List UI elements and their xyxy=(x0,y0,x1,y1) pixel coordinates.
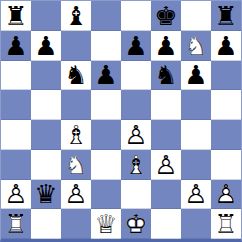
white-rook-piece[interactable]: ♜♖ xyxy=(1,209,31,239)
square-e4[interactable]: ♟♙ xyxy=(121,120,151,150)
square-c7[interactable] xyxy=(61,31,91,61)
piece-glyph: ♛ xyxy=(31,180,61,210)
white-rook-piece[interactable]: ♜♖ xyxy=(211,209,241,239)
white-pawn-piece[interactable]: ♟♙ xyxy=(1,180,31,210)
square-h7[interactable]: ♟ xyxy=(211,31,241,61)
square-h3[interactable] xyxy=(211,150,241,180)
square-c4[interactable]: ♝♗ xyxy=(61,120,91,150)
piece-glyph: ♟ xyxy=(181,61,211,91)
square-c3[interactable]: ♞♘ xyxy=(61,150,91,180)
square-d8[interactable] xyxy=(91,1,121,31)
square-e3[interactable]: ♝♗ xyxy=(121,150,151,180)
square-e6[interactable] xyxy=(121,61,151,91)
square-b2[interactable]: ♛ xyxy=(31,180,61,210)
piece-glyph: ♟ xyxy=(211,31,241,61)
piece-glyph: ♝ xyxy=(61,1,91,31)
black-rook-piece[interactable]: ♜ xyxy=(1,1,31,31)
square-d5[interactable] xyxy=(91,90,121,120)
black-queen-piece[interactable]: ♛ xyxy=(31,180,61,210)
piece-outline: ♗ xyxy=(121,150,151,180)
white-bishop-piece[interactable]: ♝♗ xyxy=(121,150,151,180)
chess-board: ♜♝♚♜♟♟♟♟♞♘♟♞♟♞♟♝♗♟♙♞♘♝♗♟♙♟♙♛♟♙♟♙♟♙♜♖♛♕♚♔… xyxy=(0,0,242,242)
square-h5[interactable] xyxy=(211,90,241,120)
square-d4[interactable] xyxy=(91,120,121,150)
black-pawn-piece[interactable]: ♟ xyxy=(151,31,181,61)
square-d6[interactable]: ♟ xyxy=(91,61,121,91)
square-g1[interactable] xyxy=(181,209,211,239)
square-f2[interactable] xyxy=(151,180,181,210)
square-a5[interactable] xyxy=(1,90,31,120)
piece-outline: ♙ xyxy=(211,180,241,210)
square-a3[interactable] xyxy=(1,150,31,180)
black-king-piece[interactable]: ♚ xyxy=(151,1,181,31)
square-h2[interactable]: ♟♙ xyxy=(211,180,241,210)
square-f3[interactable]: ♟♙ xyxy=(151,150,181,180)
piece-outline: ♗ xyxy=(61,120,91,150)
square-g3[interactable] xyxy=(181,150,211,180)
square-e5[interactable] xyxy=(121,90,151,120)
square-b7[interactable]: ♟ xyxy=(31,31,61,61)
black-pawn-piece[interactable]: ♟ xyxy=(211,31,241,61)
black-pawn-piece[interactable]: ♟ xyxy=(121,31,151,61)
piece-outline: ♙ xyxy=(181,180,211,210)
white-pawn-piece[interactable]: ♟♙ xyxy=(181,180,211,210)
square-h6[interactable] xyxy=(211,61,241,91)
white-pawn-piece[interactable]: ♟♙ xyxy=(151,150,181,180)
square-h8[interactable]: ♜ xyxy=(211,1,241,31)
square-a8[interactable]: ♜ xyxy=(1,1,31,31)
square-c8[interactable]: ♝ xyxy=(61,1,91,31)
square-a4[interactable] xyxy=(1,120,31,150)
square-c6[interactable]: ♞ xyxy=(61,61,91,91)
piece-glyph: ♟ xyxy=(31,31,61,61)
square-e2[interactable] xyxy=(121,180,151,210)
square-g6[interactable]: ♟ xyxy=(181,61,211,91)
square-b3[interactable] xyxy=(31,150,61,180)
black-pawn-piece[interactable]: ♟ xyxy=(1,31,31,61)
piece-glyph: ♚ xyxy=(151,1,181,31)
black-pawn-piece[interactable]: ♟ xyxy=(31,31,61,61)
piece-glyph: ♜ xyxy=(211,1,241,31)
piece-outline: ♙ xyxy=(151,150,181,180)
black-bishop-piece[interactable]: ♝ xyxy=(61,1,91,31)
piece-outline: ♘ xyxy=(181,31,211,61)
square-f5[interactable] xyxy=(151,90,181,120)
square-g4[interactable] xyxy=(181,120,211,150)
square-e8[interactable] xyxy=(121,1,151,31)
piece-outline: ♙ xyxy=(61,180,91,210)
square-d2[interactable] xyxy=(91,180,121,210)
square-a2[interactable]: ♟♙ xyxy=(1,180,31,210)
square-h4[interactable] xyxy=(211,120,241,150)
square-b8[interactable] xyxy=(31,1,61,31)
black-pawn-piece[interactable]: ♟ xyxy=(181,61,211,91)
square-f1[interactable] xyxy=(151,209,181,239)
square-e7[interactable]: ♟ xyxy=(121,31,151,61)
white-queen-piece[interactable]: ♛♕ xyxy=(91,209,121,239)
piece-glyph: ♟ xyxy=(1,31,31,61)
square-g7[interactable]: ♞♘ xyxy=(181,31,211,61)
square-b5[interactable] xyxy=(31,90,61,120)
piece-outline: ♙ xyxy=(121,120,151,150)
square-d7[interactable] xyxy=(91,31,121,61)
white-knight-piece[interactable]: ♞♘ xyxy=(181,31,211,61)
black-knight-piece[interactable]: ♞ xyxy=(151,61,181,91)
white-bishop-piece[interactable]: ♝♗ xyxy=(61,120,91,150)
piece-glyph: ♟ xyxy=(121,31,151,61)
piece-glyph: ♟ xyxy=(91,61,121,91)
black-rook-piece[interactable]: ♜ xyxy=(211,1,241,31)
black-knight-piece[interactable]: ♞ xyxy=(61,61,91,91)
square-f7[interactable]: ♟ xyxy=(151,31,181,61)
piece-glyph: ♞ xyxy=(61,61,91,91)
black-pawn-piece[interactable]: ♟ xyxy=(91,61,121,91)
square-a1[interactable]: ♜♖ xyxy=(1,209,31,239)
square-b1[interactable] xyxy=(31,209,61,239)
square-d1[interactable]: ♛♕ xyxy=(91,209,121,239)
square-f6[interactable]: ♞ xyxy=(151,61,181,91)
square-g8[interactable] xyxy=(181,1,211,31)
piece-glyph: ♟ xyxy=(151,31,181,61)
piece-outline: ♙ xyxy=(1,180,31,210)
piece-glyph: ♞ xyxy=(151,61,181,91)
white-king-piece[interactable]: ♚♔ xyxy=(121,209,151,239)
square-a6[interactable] xyxy=(1,61,31,91)
square-b6[interactable] xyxy=(31,61,61,91)
piece-outline: ♕ xyxy=(91,209,121,239)
piece-outline: ♘ xyxy=(61,150,91,180)
square-e1[interactable]: ♚♔ xyxy=(121,209,151,239)
square-d3[interactable] xyxy=(91,150,121,180)
piece-glyph: ♜ xyxy=(1,1,31,31)
piece-outline: ♔ xyxy=(121,209,151,239)
square-a7[interactable]: ♟ xyxy=(1,31,31,61)
square-g5[interactable] xyxy=(181,90,211,120)
square-b4[interactable] xyxy=(31,120,61,150)
square-c2[interactable]: ♟♙ xyxy=(61,180,91,210)
square-f4[interactable] xyxy=(151,120,181,150)
square-h1[interactable]: ♜♖ xyxy=(211,209,241,239)
square-c5[interactable] xyxy=(61,90,91,120)
white-knight-piece[interactable]: ♞♘ xyxy=(61,150,91,180)
white-pawn-piece[interactable]: ♟♙ xyxy=(121,120,151,150)
white-pawn-piece[interactable]: ♟♙ xyxy=(61,180,91,210)
white-pawn-piece[interactable]: ♟♙ xyxy=(211,180,241,210)
piece-outline: ♖ xyxy=(1,209,31,239)
square-c1[interactable] xyxy=(61,209,91,239)
piece-outline: ♖ xyxy=(211,209,241,239)
square-g2[interactable]: ♟♙ xyxy=(181,180,211,210)
chess-board-grid: ♜♝♚♜♟♟♟♟♞♘♟♞♟♞♟♝♗♟♙♞♘♝♗♟♙♟♙♛♟♙♟♙♟♙♜♖♛♕♚♔… xyxy=(1,1,241,239)
square-f8[interactable]: ♚ xyxy=(151,1,181,31)
